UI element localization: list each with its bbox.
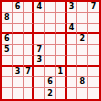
cell-r3c7[interactable]: 4 xyxy=(67,24,78,35)
cell-r5c8[interactable] xyxy=(77,45,88,56)
cell-r8c6[interactable] xyxy=(56,77,67,88)
cell-r4c8[interactable]: 2 xyxy=(77,34,88,45)
cell-r7c4[interactable] xyxy=(34,67,45,78)
cell-r1c4[interactable]: 4 xyxy=(34,2,45,13)
cell-r5c7[interactable] xyxy=(67,45,78,56)
cell-r9c3[interactable] xyxy=(24,88,35,99)
cell-r2c5[interactable] xyxy=(45,13,56,24)
cell-r4c1[interactable]: 6 xyxy=(2,34,13,45)
cell-r5c4[interactable]: 7 xyxy=(34,45,45,56)
cell-r3c9[interactable] xyxy=(88,24,99,35)
cell-r8c2[interactable] xyxy=(13,77,24,88)
cell-r1c5[interactable] xyxy=(45,2,56,13)
cell-r3c1[interactable] xyxy=(2,24,13,35)
cell-r6c2[interactable] xyxy=(13,56,24,67)
cell-r2c7[interactable] xyxy=(67,13,78,24)
cell-r7c2[interactable]: 3 xyxy=(13,67,24,78)
cell-r4c7[interactable] xyxy=(67,34,78,45)
cell-r2c2[interactable] xyxy=(13,13,24,24)
cell-r5c1[interactable]: 5 xyxy=(2,45,13,56)
cell-r5c2[interactable] xyxy=(13,45,24,56)
cell-r8c3[interactable] xyxy=(24,77,35,88)
cell-r7c5[interactable] xyxy=(45,67,56,78)
cell-r6c1[interactable] xyxy=(2,56,13,67)
cell-r7c8[interactable] xyxy=(77,67,88,78)
cell-r2c4[interactable] xyxy=(34,13,45,24)
cell-r9c7[interactable] xyxy=(67,88,78,99)
cell-r9c4[interactable] xyxy=(34,88,45,99)
cell-r1c8[interactable] xyxy=(77,2,88,13)
cell-r5c6[interactable] xyxy=(56,45,67,56)
cell-r8c5[interactable]: 6 xyxy=(45,77,56,88)
cell-r6c4[interactable]: 3 xyxy=(34,56,45,67)
cell-r1c7[interactable]: 3 xyxy=(67,2,78,13)
cell-r3c4[interactable] xyxy=(34,24,45,35)
cell-r3c5[interactable] xyxy=(45,24,56,35)
cell-r2c3[interactable] xyxy=(24,13,35,24)
sudoku-board: 64378462573371682 xyxy=(0,0,101,101)
cell-r8c1[interactable] xyxy=(2,77,13,88)
cell-r7c7[interactable] xyxy=(67,67,78,78)
cell-r9c9[interactable] xyxy=(88,88,99,99)
cell-r7c6[interactable]: 1 xyxy=(56,67,67,78)
cell-r8c9[interactable] xyxy=(88,77,99,88)
cell-r6c8[interactable] xyxy=(77,56,88,67)
cell-r6c7[interactable] xyxy=(67,56,78,67)
cell-r9c6[interactable] xyxy=(56,88,67,99)
cell-r4c6[interactable] xyxy=(56,34,67,45)
cell-r4c2[interactable] xyxy=(13,34,24,45)
cell-r3c6[interactable] xyxy=(56,24,67,35)
cell-r7c9[interactable] xyxy=(88,67,99,78)
cell-r9c8[interactable] xyxy=(77,88,88,99)
cell-r9c1[interactable] xyxy=(2,88,13,99)
cell-r7c3[interactable]: 7 xyxy=(24,67,35,78)
cell-r8c7[interactable] xyxy=(67,77,78,88)
cell-r7c1[interactable] xyxy=(2,67,13,78)
cell-r1c6[interactable] xyxy=(56,2,67,13)
cell-r3c3[interactable] xyxy=(24,24,35,35)
cell-r5c5[interactable] xyxy=(45,45,56,56)
cell-r4c4[interactable] xyxy=(34,34,45,45)
cell-r2c6[interactable] xyxy=(56,13,67,24)
cell-r3c2[interactable] xyxy=(13,24,24,35)
cell-r8c8[interactable]: 8 xyxy=(77,77,88,88)
cell-r2c8[interactable] xyxy=(77,13,88,24)
cell-r5c9[interactable] xyxy=(88,45,99,56)
cell-r1c3[interactable] xyxy=(24,2,35,13)
cell-r3c8[interactable] xyxy=(77,24,88,35)
cell-r2c1[interactable]: 8 xyxy=(2,13,13,24)
cell-r6c6[interactable] xyxy=(56,56,67,67)
cell-r1c1[interactable] xyxy=(2,2,13,13)
cell-r4c9[interactable] xyxy=(88,34,99,45)
cell-r5c3[interactable] xyxy=(24,45,35,56)
cell-r4c3[interactable] xyxy=(24,34,35,45)
cell-r1c2[interactable]: 6 xyxy=(13,2,24,13)
cell-r4c5[interactable] xyxy=(45,34,56,45)
cell-r6c3[interactable] xyxy=(24,56,35,67)
cell-r2c9[interactable] xyxy=(88,13,99,24)
cell-r6c9[interactable] xyxy=(88,56,99,67)
cell-r8c4[interactable] xyxy=(34,77,45,88)
cell-r9c5[interactable]: 2 xyxy=(45,88,56,99)
cell-r6c5[interactable] xyxy=(45,56,56,67)
cell-r1c9[interactable]: 7 xyxy=(88,2,99,13)
cell-r9c2[interactable] xyxy=(13,88,24,99)
